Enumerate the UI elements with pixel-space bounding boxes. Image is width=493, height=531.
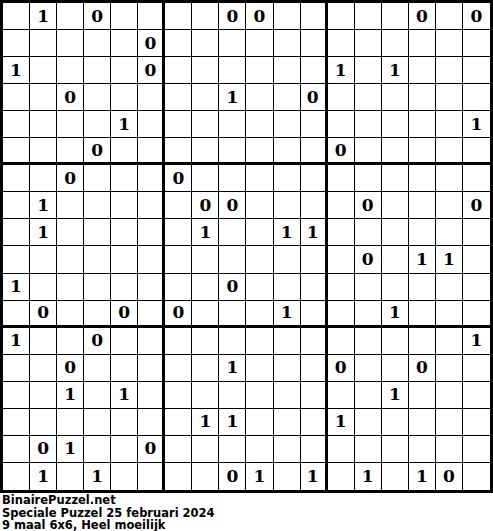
empty-cell[interactable] (274, 328, 301, 355)
empty-cell[interactable] (382, 84, 409, 111)
given-cell: 1 (219, 355, 246, 382)
empty-cell[interactable] (409, 30, 436, 57)
empty-cell[interactable] (30, 355, 57, 382)
empty-cell[interactable] (355, 165, 382, 192)
empty-cell[interactable] (409, 192, 436, 219)
empty-cell[interactable] (436, 192, 463, 219)
empty-cell[interactable] (355, 355, 382, 382)
empty-cell[interactable] (463, 84, 490, 111)
empty-cell[interactable] (355, 219, 382, 246)
empty-cell[interactable] (274, 246, 301, 273)
empty-cell[interactable] (219, 111, 246, 138)
empty-cell[interactable] (328, 30, 355, 57)
empty-cell[interactable] (246, 409, 273, 436)
empty-cell[interactable] (57, 274, 84, 301)
empty-cell[interactable] (409, 84, 436, 111)
empty-cell[interactable] (165, 274, 192, 301)
empty-cell[interactable] (274, 355, 301, 382)
empty-cell[interactable] (3, 3, 30, 30)
empty-cell[interactable] (382, 219, 409, 246)
empty-cell[interactable] (3, 409, 30, 436)
empty-cell[interactable] (111, 463, 138, 490)
empty-cell[interactable] (301, 111, 328, 138)
empty-cell[interactable] (219, 328, 246, 355)
empty-cell[interactable] (436, 111, 463, 138)
empty-cell[interactable] (301, 274, 328, 301)
empty-cell[interactable] (219, 138, 246, 165)
empty-cell[interactable] (84, 382, 111, 409)
empty-cell[interactable] (436, 409, 463, 436)
empty-cell[interactable] (274, 274, 301, 301)
empty-cell[interactable] (301, 355, 328, 382)
empty-cell[interactable] (30, 409, 57, 436)
empty-cell[interactable] (436, 219, 463, 246)
empty-cell[interactable] (165, 409, 192, 436)
empty-cell[interactable] (355, 3, 382, 30)
empty-cell[interactable] (328, 328, 355, 355)
empty-cell[interactable] (328, 111, 355, 138)
given-cell: 1 (219, 84, 246, 111)
empty-cell[interactable] (192, 165, 219, 192)
empty-cell[interactable] (436, 355, 463, 382)
empty-cell[interactable] (30, 328, 57, 355)
empty-cell[interactable] (301, 165, 328, 192)
empty-cell[interactable] (111, 436, 138, 463)
given-cell: 1 (355, 463, 382, 490)
empty-cell[interactable] (463, 382, 490, 409)
empty-cell[interactable] (111, 219, 138, 246)
empty-cell[interactable] (138, 382, 165, 409)
given-cell: 0 (138, 57, 165, 84)
empty-cell[interactable] (328, 165, 355, 192)
empty-cell[interactable] (219, 301, 246, 328)
empty-cell[interactable] (382, 246, 409, 273)
empty-cell[interactable] (274, 382, 301, 409)
empty-cell[interactable] (84, 57, 111, 84)
empty-cell[interactable] (30, 57, 57, 84)
empty-cell[interactable] (192, 463, 219, 490)
empty-cell[interactable] (3, 355, 30, 382)
given-cell: 0 (219, 3, 246, 30)
given-cell: 1 (409, 463, 436, 490)
empty-cell[interactable] (192, 355, 219, 382)
empty-cell[interactable] (246, 355, 273, 382)
empty-cell[interactable] (111, 328, 138, 355)
empty-cell[interactable] (328, 274, 355, 301)
empty-cell[interactable] (138, 138, 165, 165)
empty-cell[interactable] (274, 192, 301, 219)
empty-cell[interactable] (165, 57, 192, 84)
empty-cell[interactable] (382, 328, 409, 355)
empty-cell[interactable] (301, 192, 328, 219)
empty-cell[interactable] (3, 30, 30, 57)
empty-cell[interactable] (165, 219, 192, 246)
empty-cell[interactable] (57, 138, 84, 165)
empty-cell[interactable] (274, 138, 301, 165)
empty-cell[interactable] (409, 138, 436, 165)
empty-cell[interactable] (57, 57, 84, 84)
empty-cell[interactable] (84, 246, 111, 273)
empty-cell[interactable] (328, 301, 355, 328)
puzzle-page: 1000000101101011000010000111101110000111… (0, 0, 493, 531)
empty-cell[interactable] (219, 30, 246, 57)
empty-cell[interactable] (165, 382, 192, 409)
empty-cell[interactable] (111, 3, 138, 30)
given-cell: 1 (192, 409, 219, 436)
empty-cell[interactable] (355, 138, 382, 165)
empty-cell[interactable] (111, 246, 138, 273)
empty-cell[interactable] (246, 138, 273, 165)
empty-cell[interactable] (30, 246, 57, 273)
empty-cell[interactable] (30, 382, 57, 409)
empty-cell[interactable] (274, 57, 301, 84)
empty-cell[interactable] (463, 219, 490, 246)
empty-cell[interactable] (165, 463, 192, 490)
given-cell: 0 (301, 84, 328, 111)
empty-cell[interactable] (3, 301, 30, 328)
empty-cell[interactable] (436, 301, 463, 328)
empty-cell[interactable] (246, 246, 273, 273)
empty-cell[interactable] (57, 219, 84, 246)
empty-cell[interactable] (463, 463, 490, 490)
empty-cell[interactable] (192, 274, 219, 301)
empty-cell[interactable] (165, 246, 192, 273)
empty-cell[interactable] (3, 436, 30, 463)
empty-cell[interactable] (165, 192, 192, 219)
empty-cell[interactable] (409, 165, 436, 192)
empty-cell[interactable] (246, 219, 273, 246)
empty-cell[interactable] (138, 3, 165, 30)
empty-cell[interactable] (328, 436, 355, 463)
empty-cell[interactable] (246, 57, 273, 84)
empty-cell[interactable] (111, 57, 138, 84)
empty-cell[interactable] (382, 409, 409, 436)
empty-cell[interactable] (219, 246, 246, 273)
empty-cell[interactable] (355, 57, 382, 84)
empty-cell[interactable] (219, 57, 246, 84)
empty-cell[interactable] (382, 3, 409, 30)
empty-cell[interactable] (138, 328, 165, 355)
empty-cell[interactable] (436, 30, 463, 57)
empty-cell[interactable] (84, 409, 111, 436)
empty-cell[interactable] (274, 436, 301, 463)
given-cell: 1 (274, 301, 301, 328)
given-cell: 1 (382, 301, 409, 328)
empty-cell[interactable] (328, 219, 355, 246)
empty-cell[interactable] (301, 3, 328, 30)
puzzle-board: 1000000101101011000010000111101110000111… (0, 0, 493, 493)
empty-cell[interactable] (30, 111, 57, 138)
empty-cell[interactable] (84, 355, 111, 382)
empty-cell[interactable] (355, 274, 382, 301)
empty-cell[interactable] (436, 84, 463, 111)
empty-cell[interactable] (3, 246, 30, 273)
empty-cell[interactable] (84, 84, 111, 111)
given-cell: 1 (328, 409, 355, 436)
empty-cell[interactable] (30, 84, 57, 111)
empty-cell[interactable] (138, 355, 165, 382)
empty-cell[interactable] (274, 165, 301, 192)
empty-cell[interactable] (409, 274, 436, 301)
empty-cell[interactable] (165, 3, 192, 30)
empty-cell[interactable] (219, 436, 246, 463)
empty-cell[interactable] (57, 301, 84, 328)
empty-cell[interactable] (192, 57, 219, 84)
empty-cell[interactable] (3, 165, 30, 192)
empty-cell[interactable] (463, 246, 490, 273)
empty-cell[interactable] (382, 138, 409, 165)
given-cell: 1 (436, 246, 463, 273)
empty-cell[interactable] (84, 30, 111, 57)
empty-cell[interactable] (463, 274, 490, 301)
empty-cell[interactable] (436, 436, 463, 463)
empty-cell[interactable] (165, 138, 192, 165)
empty-cell[interactable] (246, 301, 273, 328)
empty-cell[interactable] (246, 274, 273, 301)
given-cell: 0 (57, 165, 84, 192)
empty-cell[interactable] (328, 382, 355, 409)
given-cell: 1 (192, 219, 219, 246)
empty-cell[interactable] (382, 274, 409, 301)
empty-cell[interactable] (382, 463, 409, 490)
empty-cell[interactable] (246, 165, 273, 192)
empty-cell[interactable] (138, 274, 165, 301)
empty-cell[interactable] (301, 328, 328, 355)
empty-cell[interactable] (301, 30, 328, 57)
given-cell: 0 (111, 301, 138, 328)
empty-cell[interactable] (355, 111, 382, 138)
empty-cell[interactable] (463, 436, 490, 463)
given-cell: 1 (463, 111, 490, 138)
given-cell: 1 (3, 274, 30, 301)
given-cell: 0 (138, 30, 165, 57)
empty-cell[interactable] (301, 436, 328, 463)
empty-cell[interactable] (57, 30, 84, 57)
given-cell: 1 (274, 219, 301, 246)
empty-cell[interactable] (111, 409, 138, 436)
empty-cell[interactable] (409, 301, 436, 328)
empty-cell[interactable] (301, 409, 328, 436)
empty-cell[interactable] (463, 165, 490, 192)
empty-cell[interactable] (165, 30, 192, 57)
empty-cell[interactable] (355, 409, 382, 436)
empty-cell[interactable] (274, 30, 301, 57)
empty-cell[interactable] (192, 138, 219, 165)
empty-cell[interactable] (3, 84, 30, 111)
empty-cell[interactable] (57, 111, 84, 138)
empty-cell[interactable] (138, 192, 165, 219)
empty-cell[interactable] (274, 463, 301, 490)
empty-cell[interactable] (138, 111, 165, 138)
given-cell: 0 (219, 192, 246, 219)
empty-cell[interactable] (30, 30, 57, 57)
empty-cell[interactable] (436, 3, 463, 30)
empty-cell[interactable] (409, 409, 436, 436)
empty-cell[interactable] (30, 165, 57, 192)
empty-cell[interactable] (301, 246, 328, 273)
empty-cell[interactable] (328, 84, 355, 111)
given-cell: 0 (436, 463, 463, 490)
empty-cell[interactable] (355, 301, 382, 328)
given-cell: 1 (30, 219, 57, 246)
empty-cell[interactable] (409, 436, 436, 463)
given-cell: 0 (84, 328, 111, 355)
empty-cell[interactable] (192, 246, 219, 273)
empty-cell[interactable] (3, 111, 30, 138)
empty-cell[interactable] (382, 165, 409, 192)
empty-cell[interactable] (192, 436, 219, 463)
empty-cell[interactable] (84, 301, 111, 328)
empty-cell[interactable] (328, 192, 355, 219)
empty-cell[interactable] (436, 165, 463, 192)
empty-cell[interactable] (192, 328, 219, 355)
empty-cell[interactable] (246, 84, 273, 111)
empty-cell[interactable] (409, 111, 436, 138)
empty-cell[interactable] (3, 138, 30, 165)
empty-cell[interactable] (463, 355, 490, 382)
given-cell: 0 (463, 3, 490, 30)
empty-cell[interactable] (192, 382, 219, 409)
empty-cell[interactable] (328, 3, 355, 30)
empty-cell[interactable] (219, 219, 246, 246)
empty-cell[interactable] (165, 84, 192, 111)
empty-cell[interactable] (382, 436, 409, 463)
empty-cell[interactable] (138, 165, 165, 192)
empty-cell[interactable] (165, 111, 192, 138)
given-cell: 0 (57, 84, 84, 111)
empty-cell[interactable] (192, 111, 219, 138)
empty-cell[interactable] (436, 138, 463, 165)
empty-cell[interactable] (30, 274, 57, 301)
empty-cell[interactable] (138, 409, 165, 436)
given-cell: 1 (301, 463, 328, 490)
empty-cell[interactable] (436, 57, 463, 84)
empty-cell[interactable] (436, 274, 463, 301)
empty-cell[interactable] (84, 219, 111, 246)
empty-cell[interactable] (355, 436, 382, 463)
given-cell: 0 (463, 192, 490, 219)
empty-cell[interactable] (84, 165, 111, 192)
empty-cell[interactable] (328, 463, 355, 490)
empty-cell[interactable] (246, 30, 273, 57)
empty-cell[interactable] (355, 328, 382, 355)
empty-cell[interactable] (111, 30, 138, 57)
empty-cell[interactable] (192, 30, 219, 57)
empty-cell[interactable] (328, 246, 355, 273)
empty-cell[interactable] (57, 192, 84, 219)
empty-cell[interactable] (409, 219, 436, 246)
empty-cell[interactable] (3, 219, 30, 246)
empty-cell[interactable] (111, 274, 138, 301)
empty-cell[interactable] (3, 463, 30, 490)
empty-cell[interactable] (274, 3, 301, 30)
empty-cell[interactable] (463, 30, 490, 57)
empty-cell[interactable] (138, 463, 165, 490)
empty-cell[interactable] (355, 382, 382, 409)
empty-cell[interactable] (111, 138, 138, 165)
footer-site: BinairePuzzel.net (2, 494, 493, 507)
empty-cell[interactable] (436, 328, 463, 355)
empty-cell[interactable] (301, 57, 328, 84)
empty-cell[interactable] (84, 111, 111, 138)
empty-cell[interactable] (246, 382, 273, 409)
given-cell: 1 (111, 382, 138, 409)
empty-cell[interactable] (274, 84, 301, 111)
given-cell: 0 (246, 3, 273, 30)
empty-cell[interactable] (246, 111, 273, 138)
empty-cell[interactable] (138, 219, 165, 246)
empty-cell[interactable] (165, 355, 192, 382)
empty-cell[interactable] (165, 328, 192, 355)
empty-cell[interactable] (192, 84, 219, 111)
empty-cell[interactable] (3, 382, 30, 409)
empty-cell[interactable] (463, 138, 490, 165)
empty-cell[interactable] (463, 301, 490, 328)
given-cell: 1 (30, 3, 57, 30)
empty-cell[interactable] (274, 409, 301, 436)
empty-cell[interactable] (301, 138, 328, 165)
empty-cell[interactable] (382, 192, 409, 219)
empty-cell[interactable] (219, 165, 246, 192)
given-cell: 0 (328, 355, 355, 382)
empty-cell[interactable] (192, 3, 219, 30)
empty-cell[interactable] (382, 111, 409, 138)
empty-cell[interactable] (84, 192, 111, 219)
empty-cell[interactable] (409, 382, 436, 409)
empty-cell[interactable] (274, 111, 301, 138)
empty-cell[interactable] (246, 328, 273, 355)
given-cell: 0 (138, 436, 165, 463)
given-cell: 0 (219, 463, 246, 490)
given-cell: 1 (219, 409, 246, 436)
empty-cell[interactable] (111, 355, 138, 382)
empty-cell[interactable] (409, 328, 436, 355)
empty-cell[interactable] (138, 84, 165, 111)
empty-cell[interactable] (355, 84, 382, 111)
empty-cell[interactable] (57, 463, 84, 490)
empty-cell[interactable] (192, 301, 219, 328)
empty-cell[interactable] (111, 84, 138, 111)
given-cell: 1 (301, 219, 328, 246)
empty-cell[interactable] (301, 301, 328, 328)
empty-cell[interactable] (301, 382, 328, 409)
empty-cell[interactable] (219, 382, 246, 409)
empty-cell[interactable] (463, 57, 490, 84)
empty-cell[interactable] (246, 436, 273, 463)
empty-cell[interactable] (382, 355, 409, 382)
empty-cell[interactable] (138, 301, 165, 328)
empty-cell[interactable] (84, 274, 111, 301)
empty-cell[interactable] (111, 165, 138, 192)
empty-cell[interactable] (30, 138, 57, 165)
empty-cell[interactable] (463, 409, 490, 436)
empty-cell[interactable] (57, 246, 84, 273)
empty-cell[interactable] (246, 192, 273, 219)
empty-cell[interactable] (57, 3, 84, 30)
empty-cell[interactable] (57, 328, 84, 355)
given-cell: 0 (57, 355, 84, 382)
empty-cell[interactable] (111, 192, 138, 219)
empty-cell[interactable] (355, 30, 382, 57)
empty-cell[interactable] (165, 436, 192, 463)
empty-cell[interactable] (84, 436, 111, 463)
empty-cell[interactable] (3, 192, 30, 219)
empty-cell[interactable] (382, 30, 409, 57)
empty-cell[interactable] (57, 409, 84, 436)
empty-cell[interactable] (409, 57, 436, 84)
empty-cell[interactable] (138, 246, 165, 273)
empty-cell[interactable] (436, 382, 463, 409)
